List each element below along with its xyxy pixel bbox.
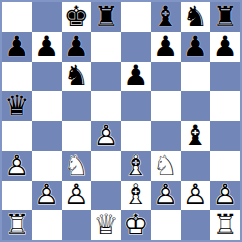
square-c2[interactable]: ♟♙ [62,181,92,211]
square-b8[interactable] [32,2,62,32]
black-pawn-icon: ♟ [151,32,181,62]
square-a1[interactable]: ♜♖ [2,210,32,240]
white-pawn-outline-icon: ♙ [181,181,211,211]
black-knight[interactable]: ♞ [181,2,211,32]
square-a3[interactable]: ♟♙ [2,151,32,181]
white-bishop-outline-icon: ♗ [121,151,151,181]
black-king[interactable]: ♚ [62,2,92,32]
white-bishop[interactable]: ♝♗ [121,151,151,181]
black-pawn-icon: ♟ [2,32,32,62]
square-h6[interactable] [210,62,240,92]
square-b4[interactable] [32,121,62,151]
square-d8[interactable]: ♜ [91,2,121,32]
black-bishop[interactable]: ♝ [181,121,211,151]
white-pawn-outline-icon: ♙ [2,151,32,181]
square-c4[interactable] [62,121,92,151]
square-a2[interactable] [2,181,32,211]
square-e4[interactable] [121,121,151,151]
square-a6[interactable] [2,62,32,92]
chess-board: ♚♜♝♞♜♟♟♟♟♟♟♞♟♛♟♙♝♟♙♞♘♝♗♞♘♟♙♟♙♝♗♟♙♟♙♟♙♜♖♛… [0,0,242,242]
square-b2[interactable]: ♟♙ [32,181,62,211]
square-b7[interactable]: ♟ [32,32,62,62]
black-knight-icon: ♞ [62,62,92,92]
white-pawn-outline-icon: ♙ [32,181,62,211]
square-b1[interactable] [32,210,62,240]
square-f6[interactable] [151,62,181,92]
square-d5[interactable] [91,91,121,121]
square-c1[interactable] [62,210,92,240]
white-king-outline-icon: ♔ [121,210,151,240]
square-e2[interactable]: ♝♗ [121,181,151,211]
square-f7[interactable]: ♟ [151,32,181,62]
square-f8[interactable]: ♝ [151,2,181,32]
black-queen-icon: ♛ [2,91,32,121]
black-rook-icon: ♜ [210,2,240,32]
square-h7[interactable]: ♟ [210,32,240,62]
square-f2[interactable]: ♟♙ [151,181,181,211]
black-pawn[interactable]: ♟ [32,32,62,62]
white-pawn[interactable]: ♟♙ [210,181,240,211]
square-c8[interactable]: ♚ [62,2,92,32]
square-g4[interactable]: ♝ [181,121,211,151]
square-c3[interactable]: ♞♘ [62,151,92,181]
black-pawn[interactable]: ♟ [151,32,181,62]
square-h1[interactable]: ♜♖ [210,210,240,240]
square-g5[interactable] [181,91,211,121]
white-pawn[interactable]: ♟♙ [151,181,181,211]
square-a7[interactable]: ♟ [2,32,32,62]
white-pawn-outline-icon: ♙ [151,181,181,211]
square-b6[interactable] [32,62,62,92]
square-d2[interactable] [91,181,121,211]
square-e7[interactable] [121,32,151,62]
white-knight-outline-icon: ♘ [151,151,181,181]
square-d7[interactable] [91,32,121,62]
square-e1[interactable]: ♚♔ [121,210,151,240]
square-f5[interactable] [151,91,181,121]
square-g6[interactable] [181,62,211,92]
square-g3[interactable] [181,151,211,181]
square-e6[interactable]: ♟ [121,62,151,92]
square-e8[interactable] [121,2,151,32]
square-a8[interactable] [2,2,32,32]
white-pawn[interactable]: ♟♙ [32,181,62,211]
square-a4[interactable] [2,121,32,151]
black-queen[interactable]: ♛ [2,91,32,121]
white-rook-outline-icon: ♖ [2,210,32,240]
white-queen-outline-icon: ♕ [91,210,121,240]
white-pawn[interactable]: ♟♙ [181,181,211,211]
white-knight[interactable]: ♞♘ [151,151,181,181]
black-rook[interactable]: ♜ [210,2,240,32]
square-b3[interactable] [32,151,62,181]
white-bishop[interactable]: ♝♗ [121,181,151,211]
white-rook[interactable]: ♜♖ [2,210,32,240]
black-rook[interactable]: ♜ [91,2,121,32]
black-pawn-icon: ♟ [210,32,240,62]
square-h5[interactable] [210,91,240,121]
square-d6[interactable] [91,62,121,92]
square-c7[interactable]: ♟ [62,32,92,62]
black-pawn-icon: ♟ [62,32,92,62]
square-h3[interactable] [210,151,240,181]
black-pawn-icon: ♟ [32,32,62,62]
square-g1[interactable] [181,210,211,240]
square-e3[interactable]: ♝♗ [121,151,151,181]
black-pawn-icon: ♟ [121,62,151,92]
black-pawn[interactable]: ♟ [62,32,92,62]
white-rook-outline-icon: ♖ [210,210,240,240]
white-rook[interactable]: ♜♖ [210,210,240,240]
square-g7[interactable]: ♟ [181,32,211,62]
black-knight-icon: ♞ [181,2,211,32]
white-king[interactable]: ♚♔ [121,210,151,240]
square-h4[interactable] [210,121,240,151]
white-bishop-outline-icon: ♗ [121,181,151,211]
white-pawn[interactable]: ♟♙ [62,181,92,211]
white-pawn-outline-icon: ♙ [62,181,92,211]
square-e5[interactable] [121,91,151,121]
black-king-icon: ♚ [62,2,92,32]
square-c6[interactable]: ♞ [62,62,92,92]
square-g8[interactable]: ♞ [181,2,211,32]
white-pawn-outline-icon: ♙ [91,121,121,151]
square-d1[interactable]: ♛♕ [91,210,121,240]
white-knight[interactable]: ♞♘ [62,151,92,181]
square-g2[interactable]: ♟♙ [181,181,211,211]
square-h8[interactable]: ♜ [210,2,240,32]
square-d3[interactable] [91,151,121,181]
black-bishop-icon: ♝ [181,121,211,151]
square-f4[interactable] [151,121,181,151]
white-knight-outline-icon: ♘ [62,151,92,181]
white-pawn-outline-icon: ♙ [210,181,240,211]
white-pawn[interactable]: ♟♙ [2,151,32,181]
black-bishop[interactable]: ♝ [151,2,181,32]
black-pawn[interactable]: ♟ [181,32,211,62]
square-f1[interactable] [151,210,181,240]
black-bishop-icon: ♝ [151,2,181,32]
black-rook-icon: ♜ [91,2,121,32]
square-h2[interactable]: ♟♙ [210,181,240,211]
black-pawn[interactable]: ♟ [121,62,151,92]
square-d4[interactable]: ♟♙ [91,121,121,151]
white-queen[interactable]: ♛♕ [91,210,121,240]
square-c5[interactable] [62,91,92,121]
black-pawn-icon: ♟ [181,32,211,62]
black-pawn[interactable]: ♟ [210,32,240,62]
black-pawn[interactable]: ♟ [2,32,32,62]
white-pawn[interactable]: ♟♙ [91,121,121,151]
square-b5[interactable] [32,91,62,121]
square-a5[interactable]: ♛ [2,91,32,121]
black-knight[interactable]: ♞ [62,62,92,92]
square-f3[interactable]: ♞♘ [151,151,181,181]
